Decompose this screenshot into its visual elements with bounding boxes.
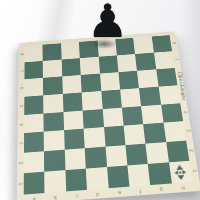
- file-label-h: h: [176, 184, 190, 191]
- file-label-d: d: [91, 190, 105, 197]
- photo-scene: abcdefgh 87654321 87654321 Checkmate ♟: [0, 0, 200, 200]
- rank-right-label-8: 8: [168, 41, 180, 45]
- square-a8[interactable]: [25, 45, 43, 63]
- square-g8[interactable]: [133, 37, 153, 54]
- file-label-e: e: [112, 189, 126, 196]
- square-f1[interactable]: [127, 164, 150, 187]
- rank-right-label-2: 2: [184, 148, 197, 153]
- square-c5[interactable]: [63, 92, 83, 111]
- rank-right-label-7: 7: [170, 57, 182, 61]
- square-b1[interactable]: [45, 170, 66, 193]
- square-d6[interactable]: [81, 73, 101, 92]
- rank-right-label-4: 4: [179, 110, 192, 114]
- file-label-g: g: [155, 186, 169, 193]
- file-label-c: c: [70, 192, 83, 199]
- square-d3[interactable]: [84, 127, 105, 148]
- square-f2[interactable]: [125, 144, 148, 166]
- square-b5[interactable]: [43, 94, 63, 114]
- square-a4[interactable]: [24, 113, 44, 133]
- square-c2[interactable]: [65, 148, 86, 170]
- square-g2[interactable]: [146, 142, 169, 164]
- brand-logo-icon: [172, 163, 189, 180]
- square-f6[interactable]: [118, 71, 139, 90]
- square-b6[interactable]: [43, 76, 62, 95]
- square-d5[interactable]: [82, 91, 102, 110]
- square-a7[interactable]: [24, 61, 43, 79]
- square-d4[interactable]: [83, 109, 104, 129]
- square-e4[interactable]: [102, 107, 123, 127]
- file-label-b: b: [49, 193, 62, 200]
- square-g5[interactable]: [139, 86, 161, 105]
- square-g4[interactable]: [141, 104, 163, 124]
- square-f7[interactable]: [117, 54, 137, 72]
- square-c8[interactable]: [61, 42, 80, 60]
- square-e6[interactable]: [100, 72, 120, 91]
- rank-right-label-3: 3: [181, 129, 194, 133]
- square-d1[interactable]: [86, 167, 108, 190]
- square-d7[interactable]: [80, 57, 100, 75]
- square-c6[interactable]: [62, 75, 82, 94]
- square-e3[interactable]: [104, 126, 126, 147]
- square-e5[interactable]: [101, 89, 122, 108]
- square-b7[interactable]: [43, 59, 62, 77]
- square-d2[interactable]: [85, 147, 107, 169]
- square-c1[interactable]: [65, 169, 87, 192]
- square-a1[interactable]: [24, 172, 45, 195]
- square-c7[interactable]: [61, 58, 80, 76]
- square-g6[interactable]: [137, 69, 158, 88]
- file-label-a: a: [28, 195, 41, 200]
- square-c4[interactable]: [63, 110, 84, 130]
- square-e1[interactable]: [107, 166, 130, 189]
- square-e2[interactable]: [105, 145, 127, 167]
- rank-right-label-1: 1: [188, 169, 200, 174]
- square-f4[interactable]: [122, 106, 144, 126]
- board-grid: [24, 35, 193, 194]
- rank-left-label-5: 5: [15, 104, 27, 108]
- square-a6[interactable]: [24, 78, 43, 97]
- square-g1[interactable]: [148, 162, 172, 185]
- board-border: abcdefgh 87654321 87654321 Checkmate: [17, 31, 200, 200]
- square-b2[interactable]: [44, 150, 65, 172]
- square-e7[interactable]: [98, 55, 118, 73]
- square-b8[interactable]: [43, 43, 62, 61]
- square-b4[interactable]: [44, 112, 64, 132]
- square-c3[interactable]: [64, 129, 85, 150]
- square-g3[interactable]: [143, 123, 166, 144]
- square-f3[interactable]: [124, 124, 146, 145]
- square-g7[interactable]: [135, 53, 156, 71]
- square-f5[interactable]: [120, 88, 141, 107]
- rank-left-label-4: 4: [15, 122, 27, 126]
- square-a2[interactable]: [24, 151, 45, 173]
- file-label-f: f: [134, 187, 148, 194]
- square-b3[interactable]: [44, 130, 65, 151]
- rank-left-label-6: 6: [15, 86, 27, 90]
- square-a5[interactable]: [24, 95, 43, 115]
- square-a3[interactable]: [24, 132, 44, 153]
- black-pawn[interactable]: ♟: [87, 0, 119, 48]
- rank-labels-left: 87654321: [17, 46, 25, 195]
